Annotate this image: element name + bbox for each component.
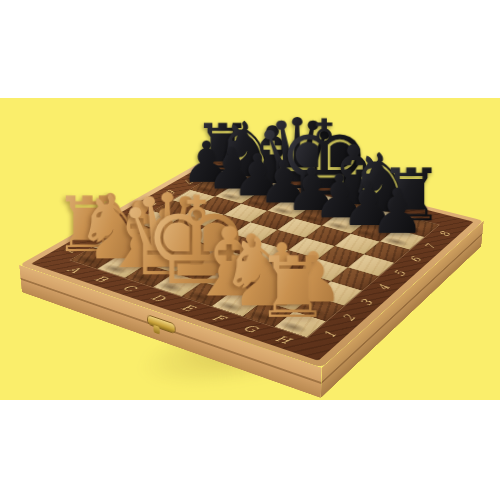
- board-perspective-container: ABCDEFGH 87654321 87654321 ♜♞♝♛♚♝♞♜♟♟♟♟♟…: [0, 0, 500, 500]
- piece-white-rook-h1[interactable]: ♜: [225, 245, 362, 330]
- product-photo-scene: ABCDEFGH 87654321 87654321 ♜♞♝♛♚♝♞♜♟♟♟♟♟…: [0, 0, 500, 500]
- piece-black-pawn-h7[interactable]: ♟: [338, 181, 458, 243]
- chess-board: ABCDEFGH 87654321 87654321 ♜♞♝♛♚♝♞♜♟♟♟♟♟…: [19, 153, 484, 368]
- brass-latch-icon: [147, 315, 174, 333]
